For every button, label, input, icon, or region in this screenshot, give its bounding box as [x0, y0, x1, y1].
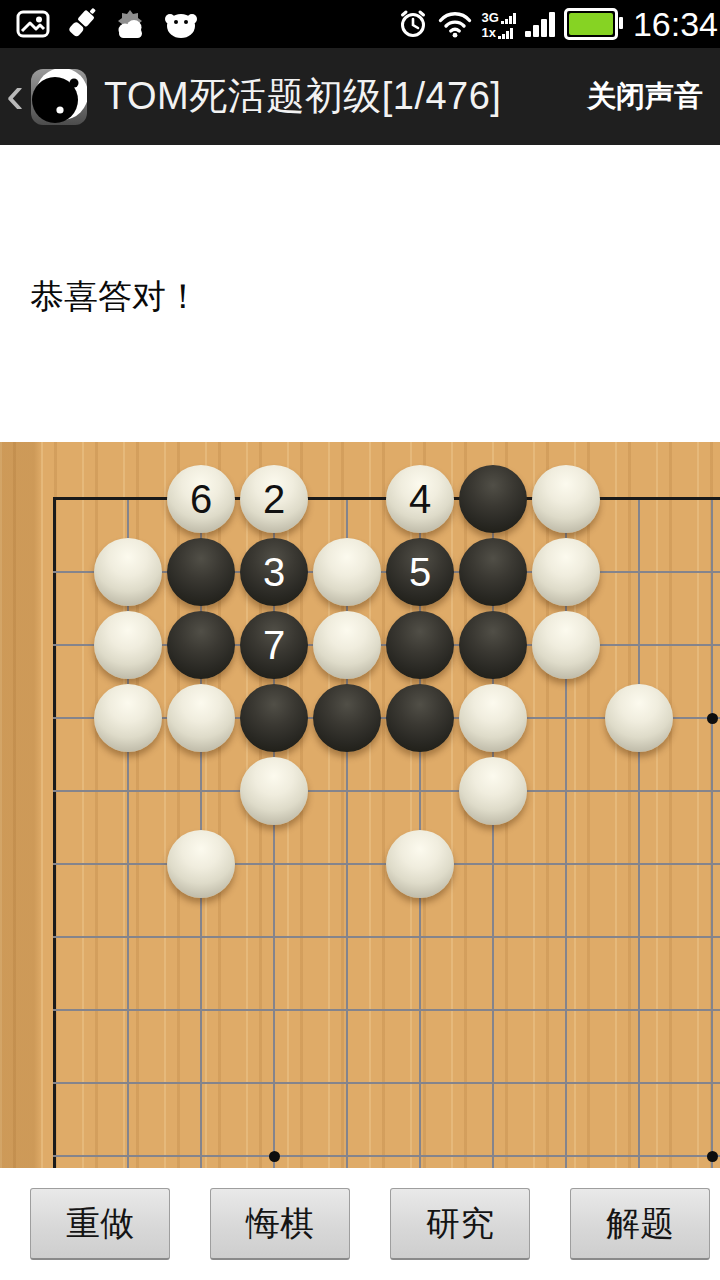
- move-number: 4: [409, 479, 431, 519]
- move-number: 5: [409, 552, 431, 592]
- grid-line: [53, 498, 56, 1168]
- star-point: [707, 1151, 718, 1162]
- sound-toggle-button[interactable]: 关闭声音: [583, 73, 707, 121]
- black-stone: [313, 684, 381, 752]
- result-message: 恭喜答对！: [30, 274, 200, 320]
- white-stone: [532, 465, 600, 533]
- white-stone: [459, 684, 527, 752]
- grid-line: [711, 498, 713, 1168]
- white-stone: [313, 538, 381, 606]
- white-stone: [532, 611, 600, 679]
- dual-network-indicator: 3G 1x: [482, 10, 516, 39]
- move-number: 6: [190, 479, 212, 519]
- white-stone: 6: [167, 465, 235, 533]
- star-point: [707, 713, 718, 724]
- white-stone: [167, 684, 235, 752]
- move-number: 7: [263, 625, 285, 665]
- black-stone: [386, 611, 454, 679]
- alarm-icon: [398, 9, 428, 39]
- notification-icons: [0, 7, 200, 41]
- go-board[interactable]: 624357: [0, 442, 720, 1168]
- white-stone: 2: [240, 465, 308, 533]
- android-icon: [162, 9, 200, 39]
- grid-line: [53, 1082, 720, 1084]
- white-stone: [94, 684, 162, 752]
- black-stone: [459, 611, 527, 679]
- black-stone: [167, 538, 235, 606]
- solve-button[interactable]: 解题: [570, 1188, 710, 1260]
- status-bar: 3G 1x 16:34: [0, 0, 720, 48]
- app-logo-icon: [30, 68, 88, 126]
- white-stone: [94, 611, 162, 679]
- grid-line: [53, 936, 720, 938]
- black-stone: [386, 684, 454, 752]
- gallery-icon: [16, 10, 50, 38]
- system-status-icons: 3G 1x 16:34: [398, 7, 720, 41]
- app-screen: 3G 1x 16:34 ‹: [0, 0, 720, 1280]
- network-type-bottom: 1x: [482, 27, 496, 39]
- weather-icon: [112, 9, 148, 39]
- white-stone: [459, 757, 527, 825]
- grid-line: [53, 790, 720, 792]
- clock-time: 16:34: [633, 7, 718, 41]
- white-stone: [313, 611, 381, 679]
- star-point: [269, 1151, 280, 1162]
- grid-line: [638, 498, 640, 1168]
- signal-icon: [525, 12, 555, 37]
- network-bars-bottom: [498, 28, 513, 39]
- grid-line: [53, 1009, 720, 1011]
- black-stone: [240, 684, 308, 752]
- battery-icon: [564, 8, 618, 40]
- black-stone: 3: [240, 538, 308, 606]
- move-number: 3: [263, 552, 285, 592]
- action-button-bar: 重做 悔棋 研究 解题: [0, 1188, 720, 1260]
- white-stone: [386, 830, 454, 898]
- move-number: 2: [263, 479, 285, 519]
- white-stone: [167, 830, 235, 898]
- undo-button[interactable]: 悔棋: [210, 1188, 350, 1260]
- white-stone: [94, 538, 162, 606]
- black-stone: [459, 465, 527, 533]
- brush-icon: [64, 7, 98, 41]
- white-stone: [605, 684, 673, 752]
- network-bars-top: [501, 13, 516, 24]
- network-type-top: 3G: [482, 12, 499, 24]
- grid-line: [53, 1155, 720, 1157]
- black-stone: 7: [240, 611, 308, 679]
- redo-button[interactable]: 重做: [30, 1188, 170, 1260]
- app-header: ‹ TOM死活题初级[1/476] 关闭声音: [0, 48, 720, 145]
- white-stone: 4: [386, 465, 454, 533]
- study-button[interactable]: 研究: [390, 1188, 530, 1260]
- page-title: TOM死活题初级[1/476]: [104, 71, 501, 122]
- black-stone: [459, 538, 527, 606]
- back-button[interactable]: ‹: [0, 67, 28, 127]
- black-stone: 5: [386, 538, 454, 606]
- white-stone: [532, 538, 600, 606]
- wifi-icon: [437, 11, 473, 38]
- white-stone: [240, 757, 308, 825]
- black-stone: [167, 611, 235, 679]
